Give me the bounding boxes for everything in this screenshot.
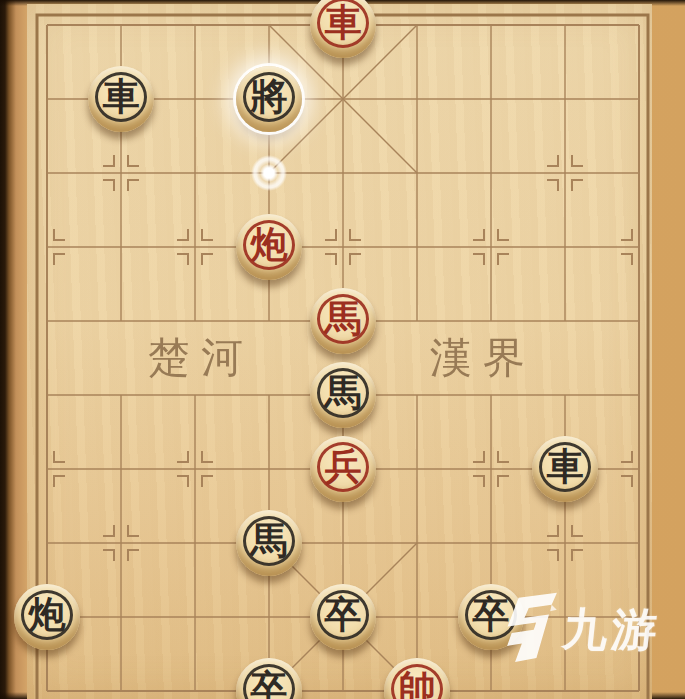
piece-black-chariot[interactable]: 車 <box>532 436 598 502</box>
piece-red-horse[interactable]: 馬 <box>310 288 376 354</box>
piece-glyph: 車 <box>532 439 598 493</box>
piece-black-soldier[interactable]: 卒 <box>236 658 302 699</box>
piece-glyph: 卒 <box>310 587 376 641</box>
piece-glyph: 炮 <box>14 587 80 641</box>
piece-black-cannon[interactable]: 炮 <box>14 584 80 650</box>
piece-black-horse[interactable]: 馬 <box>236 510 302 576</box>
piece-glyph: 車 <box>88 69 154 123</box>
piece-glyph: 卒 <box>458 587 524 641</box>
piece-glyph: 車 <box>310 0 376 49</box>
piece-glyph: 卒 <box>236 661 302 699</box>
piece-black-soldier[interactable]: 卒 <box>310 584 376 650</box>
piece-black-soldier[interactable]: 卒 <box>458 584 524 650</box>
piece-glyph: 兵 <box>310 439 376 493</box>
piece-black-general[interactable]: 將 <box>236 66 302 132</box>
piece-glyph: 馬 <box>310 365 376 419</box>
piece-black-chariot[interactable]: 車 <box>88 66 154 132</box>
piece-glyph: 將 <box>236 69 302 123</box>
piece-glyph: 炮 <box>236 217 302 271</box>
piece-glyph: 馬 <box>236 513 302 567</box>
piece-red-general[interactable]: 帥 <box>384 658 450 699</box>
river-label-right: 漢界 <box>430 333 536 382</box>
xiangqi-board: 楚河 漢界 車車將炮馬馬兵車馬炮卒卒卒帥 九游 <box>0 0 685 699</box>
piece-black-horse[interactable]: 馬 <box>310 362 376 428</box>
piece-glyph: 馬 <box>310 291 376 345</box>
piece-red-soldier[interactable]: 兵 <box>310 436 376 502</box>
piece-red-cannon[interactable]: 炮 <box>236 214 302 280</box>
piece-glyph: 帥 <box>384 661 450 699</box>
river-label-left: 楚河 <box>148 333 254 382</box>
